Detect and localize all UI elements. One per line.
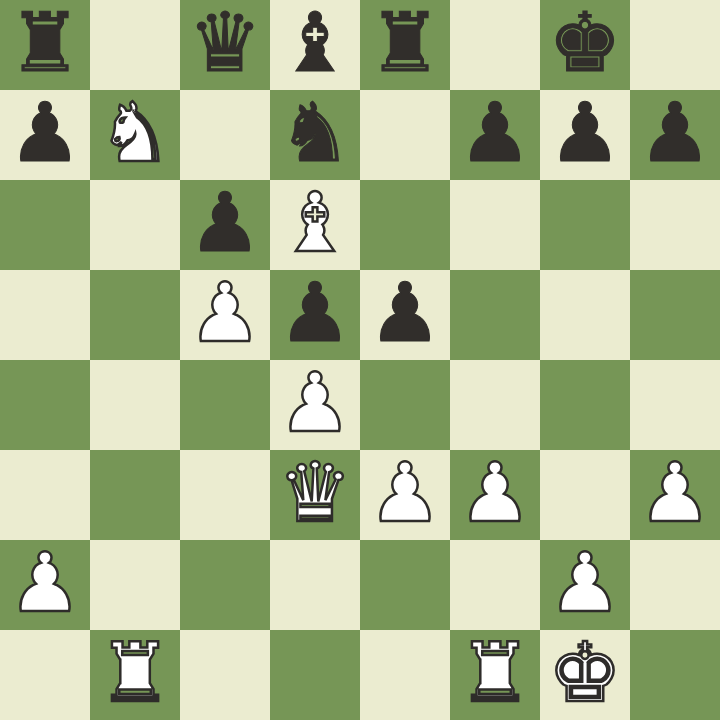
square-f6[interactable] xyxy=(450,180,540,270)
square-c6[interactable]: ♟ xyxy=(180,180,270,270)
square-c3[interactable] xyxy=(180,450,270,540)
square-a4[interactable] xyxy=(0,360,90,450)
square-d6[interactable]: ♝ xyxy=(270,180,360,270)
square-h4[interactable] xyxy=(630,360,720,450)
white-knight[interactable]: ♞ xyxy=(98,88,172,178)
square-h3[interactable]: ♟ xyxy=(630,450,720,540)
black-pawn[interactable]: ♟ xyxy=(278,268,352,358)
square-d3[interactable]: ♛ xyxy=(270,450,360,540)
square-c8[interactable]: ♛ xyxy=(180,0,270,90)
white-bishop[interactable]: ♝ xyxy=(278,178,352,268)
square-e3[interactable]: ♟ xyxy=(360,450,450,540)
square-f4[interactable] xyxy=(450,360,540,450)
square-e1[interactable] xyxy=(360,630,450,720)
square-f3[interactable]: ♟ xyxy=(450,450,540,540)
square-c2[interactable] xyxy=(180,540,270,630)
square-f2[interactable] xyxy=(450,540,540,630)
square-b3[interactable] xyxy=(90,450,180,540)
black-bishop[interactable]: ♝ xyxy=(278,0,352,88)
square-g7[interactable]: ♟ xyxy=(540,90,630,180)
black-knight[interactable]: ♞ xyxy=(278,88,352,178)
square-e2[interactable] xyxy=(360,540,450,630)
square-e4[interactable] xyxy=(360,360,450,450)
square-b5[interactable] xyxy=(90,270,180,360)
black-rook[interactable]: ♜ xyxy=(8,0,82,88)
square-a2[interactable]: ♟ xyxy=(0,540,90,630)
square-d4[interactable]: ♟ xyxy=(270,360,360,450)
square-b1[interactable]: ♜ xyxy=(90,630,180,720)
square-c1[interactable] xyxy=(180,630,270,720)
white-rook[interactable]: ♜ xyxy=(98,628,172,718)
black-pawn[interactable]: ♟ xyxy=(188,178,262,268)
black-rook[interactable]: ♜ xyxy=(368,0,442,88)
square-a6[interactable] xyxy=(0,180,90,270)
white-pawn[interactable]: ♟ xyxy=(368,448,442,538)
white-pawn[interactable]: ♟ xyxy=(458,448,532,538)
square-f7[interactable]: ♟ xyxy=(450,90,540,180)
black-pawn[interactable]: ♟ xyxy=(368,268,442,358)
square-e8[interactable]: ♜ xyxy=(360,0,450,90)
black-pawn[interactable]: ♟ xyxy=(458,88,532,178)
square-d1[interactable] xyxy=(270,630,360,720)
square-f5[interactable] xyxy=(450,270,540,360)
square-d2[interactable] xyxy=(270,540,360,630)
square-g4[interactable] xyxy=(540,360,630,450)
white-king[interactable]: ♚ xyxy=(548,628,622,718)
square-g2[interactable]: ♟ xyxy=(540,540,630,630)
square-b4[interactable] xyxy=(90,360,180,450)
square-b2[interactable] xyxy=(90,540,180,630)
square-g6[interactable] xyxy=(540,180,630,270)
square-c5[interactable]: ♟ xyxy=(180,270,270,360)
square-g3[interactable] xyxy=(540,450,630,540)
white-pawn[interactable]: ♟ xyxy=(638,448,712,538)
square-a8[interactable]: ♜ xyxy=(0,0,90,90)
white-rook[interactable]: ♜ xyxy=(458,628,532,718)
square-h7[interactable]: ♟ xyxy=(630,90,720,180)
square-h2[interactable] xyxy=(630,540,720,630)
square-h8[interactable] xyxy=(630,0,720,90)
square-b8[interactable] xyxy=(90,0,180,90)
black-pawn[interactable]: ♟ xyxy=(8,88,82,178)
square-e7[interactable] xyxy=(360,90,450,180)
square-d8[interactable]: ♝ xyxy=(270,0,360,90)
square-e6[interactable] xyxy=(360,180,450,270)
square-h5[interactable] xyxy=(630,270,720,360)
square-g8[interactable]: ♚ xyxy=(540,0,630,90)
chess-board: ♜♛♝♜♚♟♞♞♟♟♟♟♝♟♟♟♟♛♟♟♟♟♟♜♜♚ xyxy=(0,0,720,720)
square-a3[interactable] xyxy=(0,450,90,540)
black-queen[interactable]: ♛ xyxy=(188,0,262,88)
square-d5[interactable]: ♟ xyxy=(270,270,360,360)
black-king[interactable]: ♚ xyxy=(548,0,622,88)
square-g5[interactable] xyxy=(540,270,630,360)
square-a1[interactable] xyxy=(0,630,90,720)
white-pawn[interactable]: ♟ xyxy=(278,358,352,448)
square-a5[interactable] xyxy=(0,270,90,360)
square-c7[interactable] xyxy=(180,90,270,180)
black-pawn[interactable]: ♟ xyxy=(548,88,622,178)
square-b6[interactable] xyxy=(90,180,180,270)
square-h1[interactable] xyxy=(630,630,720,720)
square-e5[interactable]: ♟ xyxy=(360,270,450,360)
square-d7[interactable]: ♞ xyxy=(270,90,360,180)
white-pawn[interactable]: ♟ xyxy=(8,538,82,628)
white-pawn[interactable]: ♟ xyxy=(548,538,622,628)
square-b7[interactable]: ♞ xyxy=(90,90,180,180)
black-pawn[interactable]: ♟ xyxy=(638,88,712,178)
square-h6[interactable] xyxy=(630,180,720,270)
white-pawn[interactable]: ♟ xyxy=(188,268,262,358)
white-queen[interactable]: ♛ xyxy=(278,448,352,538)
square-f1[interactable]: ♜ xyxy=(450,630,540,720)
square-g1[interactable]: ♚ xyxy=(540,630,630,720)
square-a7[interactable]: ♟ xyxy=(0,90,90,180)
square-c4[interactable] xyxy=(180,360,270,450)
square-f8[interactable] xyxy=(450,0,540,90)
